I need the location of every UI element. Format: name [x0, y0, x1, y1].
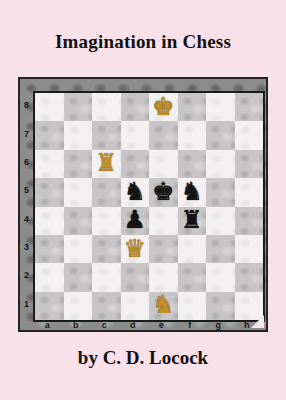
square-a5 — [35, 178, 64, 206]
square-d7 — [121, 121, 150, 149]
square-e7 — [149, 121, 178, 149]
square-a4 — [35, 207, 64, 235]
file-label-f: f — [176, 318, 205, 331]
file-label-d: d — [119, 318, 148, 331]
square-g5 — [206, 178, 235, 206]
square-f4: ♜ — [178, 207, 207, 235]
square-a7 — [35, 121, 64, 149]
square-d6 — [121, 150, 150, 178]
square-f1 — [178, 292, 207, 320]
square-g8 — [206, 93, 235, 121]
file-label-c: c — [90, 318, 119, 331]
square-g7 — [206, 121, 235, 149]
square-f7 — [178, 121, 207, 149]
square-e2 — [149, 263, 178, 291]
square-g1 — [206, 292, 235, 320]
square-h3 — [235, 235, 264, 263]
black-king: ♚ — [152, 179, 174, 204]
square-d1 — [121, 292, 150, 320]
black-pawn: ♟ — [124, 207, 146, 232]
white-queen: ♛ — [124, 236, 146, 261]
square-b2 — [64, 263, 93, 291]
square-b6 — [64, 150, 93, 178]
square-b7 — [64, 121, 93, 149]
square-a6 — [35, 150, 64, 178]
rank-label-7: 7 — [20, 119, 33, 147]
square-b4 — [64, 207, 93, 235]
square-c6: ♜ — [92, 150, 121, 178]
square-a1 — [35, 292, 64, 320]
square-g6 — [206, 150, 235, 178]
white-knight: ♞ — [152, 292, 174, 317]
square-g2 — [206, 263, 235, 291]
rank-label-6: 6 — [20, 148, 33, 176]
square-c2 — [92, 263, 121, 291]
black-knight: ♞ — [181, 179, 203, 204]
square-c3 — [92, 235, 121, 263]
square-a2 — [35, 263, 64, 291]
book-author: by C. D. Locock — [0, 332, 286, 369]
chessboard: ♚♜♞♚♞♟♜♛♞ — [33, 91, 265, 322]
square-f3 — [178, 235, 207, 263]
corner-triangle-icon — [251, 315, 264, 328]
file-labels: abcdefgh — [33, 318, 261, 331]
black-rook: ♜ — [181, 207, 203, 232]
square-c1 — [92, 292, 121, 320]
square-f8 — [178, 93, 207, 121]
square-h4 — [235, 207, 264, 235]
rank-labels: 87654321 — [20, 91, 33, 318]
square-e6 — [149, 150, 178, 178]
square-h6 — [235, 150, 264, 178]
square-b1 — [64, 292, 93, 320]
rank-label-8: 8 — [20, 91, 33, 119]
square-b5 — [64, 178, 93, 206]
square-g3 — [206, 235, 235, 263]
book-cover: Imagination in Chess 87654321 ♚♜♞♚♞♟♜♛♞ … — [0, 0, 286, 400]
square-c5 — [92, 178, 121, 206]
square-f5: ♞ — [178, 178, 207, 206]
square-d5: ♞ — [121, 178, 150, 206]
file-label-g: g — [204, 318, 233, 331]
square-f6 — [178, 150, 207, 178]
square-b8 — [64, 93, 93, 121]
square-d2 — [121, 263, 150, 291]
square-h8 — [235, 93, 264, 121]
square-h5 — [235, 178, 264, 206]
file-label-e: e — [147, 318, 176, 331]
square-a8 — [35, 93, 64, 121]
square-f2 — [178, 263, 207, 291]
square-d8 — [121, 93, 150, 121]
rank-label-1: 1 — [20, 290, 33, 318]
square-a3 — [35, 235, 64, 263]
square-d4: ♟ — [121, 207, 150, 235]
book-title: Imagination in Chess — [0, 0, 286, 53]
square-d3: ♛ — [121, 235, 150, 263]
rank-label-2: 2 — [20, 261, 33, 289]
square-e5: ♚ — [149, 178, 178, 206]
square-e8: ♚ — [149, 93, 178, 121]
square-e1: ♞ — [149, 292, 178, 320]
square-e3 — [149, 235, 178, 263]
square-c8 — [92, 93, 121, 121]
chessboard-frame: 87654321 ♚♜♞♚♞♟♜♛♞ abcdefgh — [18, 77, 268, 332]
square-c7 — [92, 121, 121, 149]
black-knight: ♞ — [124, 179, 146, 204]
square-c4 — [92, 207, 121, 235]
square-h2 — [235, 263, 264, 291]
white-rook: ♜ — [95, 150, 117, 175]
rank-label-4: 4 — [20, 205, 33, 233]
white-king: ♚ — [152, 94, 174, 119]
square-b3 — [64, 235, 93, 263]
rank-label-5: 5 — [20, 176, 33, 204]
square-e4 — [149, 207, 178, 235]
rank-label-3: 3 — [20, 233, 33, 261]
square-g4 — [206, 207, 235, 235]
file-label-b: b — [62, 318, 91, 331]
file-label-a: a — [33, 318, 62, 331]
square-h7 — [235, 121, 264, 149]
